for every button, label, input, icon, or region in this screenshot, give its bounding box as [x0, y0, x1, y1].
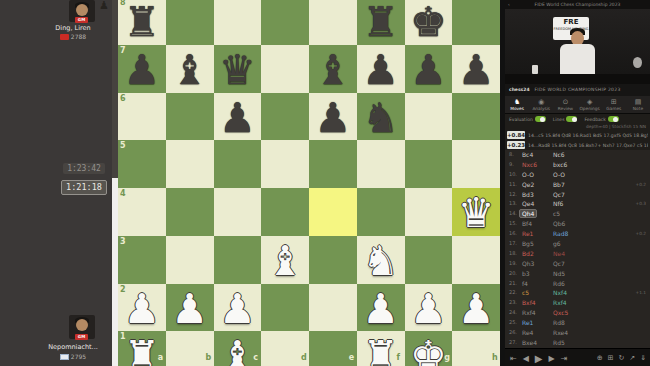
- press-desk: [505, 74, 650, 84]
- move-number: 11.: [509, 180, 517, 190]
- move-row-25: 25.Re1Rd8: [505, 318, 650, 328]
- black-pawn-g7[interactable]: ♟: [405, 45, 453, 93]
- chess-board[interactable]: ♜♜♚♟♝♛♝♟♟♟♟♟♞♛♝♞♟♟♟♟♟♟♜♝♜♚87654321abcdef…: [118, 0, 500, 366]
- black-move-19[interactable]: Qc7: [553, 259, 565, 269]
- move-number: 12.: [509, 190, 517, 200]
- skip-start-button[interactable]: ⇤: [510, 354, 517, 363]
- square-e6[interactable]: ♟: [309, 93, 357, 141]
- black-move-11[interactable]: Bb7: [553, 180, 565, 190]
- moves-icon: ♞: [505, 98, 529, 106]
- square-c7[interactable]: ♛: [214, 45, 262, 93]
- bottom-nav-bar: ⇤◀▶▶⇥ ⊕⊞↻↗⇓: [505, 348, 650, 366]
- square-d8[interactable]: [261, 0, 309, 45]
- square-g2[interactable]: ♟: [405, 284, 453, 332]
- black-move-25[interactable]: Rd8: [553, 318, 565, 328]
- square-e4[interactable]: [309, 188, 357, 236]
- step-forward-button[interactable]: ▶: [549, 354, 555, 363]
- move-number: 10.: [509, 170, 517, 180]
- tab-label: Review: [553, 106, 577, 111]
- square-b7[interactable]: ♝: [166, 45, 214, 93]
- square-d7[interactable]: [261, 45, 309, 93]
- rotate-icon[interactable]: ↻: [618, 354, 624, 362]
- white-move-20[interactable]: b3: [522, 269, 530, 279]
- square-c4[interactable]: [214, 188, 262, 236]
- rank-label-6: 6: [120, 94, 126, 103]
- black-move-15[interactable]: Qb6: [553, 219, 565, 229]
- square-d4[interactable]: [261, 188, 309, 236]
- engine-line-1[interactable]: +0.84 14...c5 15.Bf4 Qd8 16.Rad1 Bd5 17.…: [507, 130, 648, 140]
- square-f6[interactable]: ♞: [357, 93, 405, 141]
- rank-label-7: 7: [120, 46, 126, 55]
- zoom-icon[interactable]: ⊕: [597, 354, 603, 362]
- move-number: 19.: [509, 259, 517, 269]
- white-move-9[interactable]: Nxc6: [522, 160, 537, 170]
- white-pawn-f2[interactable]: ♟: [357, 284, 405, 332]
- tab-games[interactable]: ⊞Games: [602, 96, 626, 113]
- square-b5[interactable]: [166, 140, 214, 188]
- file-label-c: c: [253, 353, 258, 362]
- square-f7[interactable]: ♟: [357, 45, 405, 93]
- black-move-23[interactable]: Rxf4: [553, 298, 567, 308]
- move-number: 20.: [509, 269, 517, 279]
- square-d6[interactable]: [261, 93, 309, 141]
- tab-note[interactable]: ▤Note: [626, 96, 650, 113]
- white-move-12[interactable]: Bd3: [522, 190, 534, 200]
- square-c2[interactable]: ♟: [214, 284, 262, 332]
- move-number: 21.: [509, 279, 517, 289]
- square-d5[interactable]: [261, 140, 309, 188]
- toggle-feedback[interactable]: Feedback: [584, 114, 618, 124]
- white-pawn-c2[interactable]: ♟: [214, 284, 262, 332]
- square-c5[interactable]: [214, 140, 262, 188]
- white-move-24[interactable]: Rxf4: [522, 308, 536, 318]
- tab-analysis[interactable]: ◉Analysis: [529, 96, 553, 113]
- black-pawn-c6[interactable]: ♟: [214, 93, 262, 141]
- board-tools: ⊕⊞↻↗⇓: [597, 349, 646, 366]
- broadcast-banner: ‹ FIDE World Chess Championship 2023: [505, 0, 650, 9]
- right-sidebar: ‹ FIDE World Chess Championship 2023 FRE…: [505, 0, 650, 366]
- white-move-13[interactable]: Qe4: [522, 199, 534, 209]
- engine-line-2-moves: 14...Rad8 15.Bf4 Qc8 16.Bxh7+ Nxh7 17.Qx…: [528, 143, 648, 148]
- square-e7[interactable]: ♝: [309, 45, 357, 93]
- square-d3[interactable]: ♝: [261, 236, 309, 284]
- white-knight-f3[interactable]: ♞: [357, 236, 405, 284]
- black-bishop-b7[interactable]: ♝: [166, 45, 214, 93]
- file-label-b: b: [206, 353, 212, 362]
- move-row-10: 10.O-OO-O: [505, 170, 650, 180]
- square-b3[interactable]: [166, 236, 214, 284]
- black-move-14[interactable]: c5: [553, 209, 560, 219]
- sidebar-tabs: ♞Moves◉Analysis⊙Review◈Openings⊞Games▤No…: [505, 96, 650, 114]
- video-player[interactable]: FRE FREEDOM HOLDING: [505, 9, 650, 84]
- toggle-knob: [613, 117, 618, 122]
- clock-top-player: 1:23:42: [63, 163, 105, 174]
- tab-label: Note: [626, 106, 650, 111]
- step-back-button[interactable]: ◀: [523, 354, 529, 363]
- tab-moves[interactable]: ♞Moves: [505, 96, 529, 113]
- move-number: 8.: [509, 150, 514, 160]
- left-player-panel: GM Ding, Liren 2788 ♟ 1:23:42 1:21:18 GM…: [0, 0, 112, 366]
- video-caption-bar: chess24 FIDE WORLD CHAMPIONSHIP 2023: [505, 84, 650, 96]
- square-c6[interactable]: ♟: [214, 93, 262, 141]
- white-queen-h4[interactable]: ♛: [452, 188, 500, 236]
- white-move-16[interactable]: Re1: [522, 229, 533, 239]
- move-number: 26.: [509, 328, 517, 338]
- rank-label-4: 4: [120, 189, 126, 198]
- square-d2[interactable]: [261, 284, 309, 332]
- black-pawn-h7[interactable]: ♟: [452, 45, 500, 93]
- move-number: 25.: [509, 318, 517, 328]
- engine-line-1-moves: 14...c5 15.Bf4 Qd8 16.Rad1 Bd5 17.gxf5 Q…: [528, 133, 648, 138]
- white-move-10[interactable]: O-O: [522, 170, 534, 180]
- toggle-switch-on[interactable]: [535, 116, 546, 122]
- black-move-10[interactable]: O-O: [553, 170, 565, 180]
- toggle-label: Lines: [553, 117, 565, 122]
- file-label-d: d: [301, 353, 307, 362]
- toggle-label: Feedback: [584, 117, 605, 122]
- toggle-switch-on[interactable]: [608, 116, 619, 122]
- black-move-21[interactable]: Rd6: [553, 279, 565, 289]
- square-f8[interactable]: ♜: [357, 0, 405, 45]
- engine-line-2[interactable]: +0.23 14...Rad8 15.Bf4 Qc8 16.Bxh7+ Nxh7…: [507, 140, 648, 150]
- playback-controls: ⇤◀▶▶⇥: [510, 349, 567, 366]
- white-pawn-b2[interactable]: ♟: [166, 284, 214, 332]
- rank-label-8: 8: [120, 0, 126, 7]
- fide-emblem: [633, 57, 642, 68]
- openings-icon: ◈: [578, 98, 602, 106]
- move-row-8: 8.Bc4Nc6: [505, 150, 650, 160]
- banner-title: FIDE World Chess Championship 2023: [535, 2, 621, 7]
- move-row-21: 21.f4Rd6: [505, 279, 650, 289]
- black-pawn-f7[interactable]: ♟: [357, 45, 405, 93]
- avatar-face: [76, 4, 88, 16]
- square-h3[interactable]: [452, 236, 500, 284]
- toggle-evaluation[interactable]: Evaluation: [509, 114, 546, 124]
- boards-icon[interactable]: ⊞: [608, 354, 614, 362]
- black-queen-c7[interactable]: ♛: [214, 45, 262, 93]
- white-move-18[interactable]: Bd2: [522, 249, 534, 259]
- white-move-23[interactable]: Bxf4: [522, 298, 536, 308]
- bottom-player-flag-icon: [60, 354, 69, 360]
- move-eval: +0.3: [636, 199, 646, 209]
- square-f5[interactable]: [357, 140, 405, 188]
- white-move-26[interactable]: Re4: [522, 328, 533, 338]
- title-badge-top: GM: [75, 17, 88, 23]
- square-g6[interactable]: [405, 93, 453, 141]
- black-rook-f8[interactable]: ♜: [357, 0, 405, 45]
- black-move-27[interactable]: Rd5: [553, 338, 565, 348]
- white-move-15[interactable]: Bf4: [522, 219, 532, 229]
- white-move-27[interactable]: Bxe4: [522, 338, 537, 348]
- file-label-e: e: [349, 353, 354, 362]
- white-bishop-d3[interactable]: ♝: [261, 236, 309, 284]
- move-number: 9.: [509, 160, 514, 170]
- file-label-a: a: [158, 353, 163, 362]
- speaker-shirt: [560, 44, 595, 74]
- move-list[interactable]: 8.Bc4Nc69.Nxc6bxc610.O-OO-O11.Qe2Bb7+0.2…: [505, 150, 650, 348]
- square-h5[interactable]: [452, 140, 500, 188]
- move-eval: +0.2: [636, 229, 646, 239]
- tab-review[interactable]: ⊙Review: [553, 96, 577, 113]
- tab-label: Moves: [505, 106, 529, 111]
- toggle-knob: [540, 117, 545, 122]
- sidebar-toggles: EvaluationLinesFeedback: [505, 114, 650, 124]
- file-label-h: h: [492, 353, 498, 362]
- move-row-27: 27.Bxe4Rd5: [505, 338, 650, 348]
- black-pawn-e6[interactable]: ♟: [309, 93, 357, 141]
- move-number: 17.: [509, 239, 517, 249]
- black-move-12[interactable]: Qc7: [553, 190, 565, 200]
- move-row-19: 19.Qh3Qc7: [505, 259, 650, 269]
- move-number: 23.: [509, 298, 517, 308]
- rank-label-1: 1: [120, 332, 126, 341]
- white-move-25[interactable]: Re1: [522, 318, 533, 328]
- square-e8[interactable]: [309, 0, 357, 45]
- white-move-14[interactable]: Qh4: [519, 209, 537, 218]
- rank-label-5: 5: [120, 141, 126, 150]
- square-g3[interactable]: [405, 236, 453, 284]
- caption-text: FIDE WORLD CHAMPIONSHIP 2023: [505, 84, 650, 96]
- move-number: 15.: [509, 219, 517, 229]
- coffee-cup: [532, 65, 538, 74]
- bottom-player-rating-row: 2795: [40, 353, 106, 360]
- play-button[interactable]: ▶: [535, 353, 543, 364]
- black-side-pawn-icon: ♟: [99, 0, 109, 12]
- square-b2[interactable]: ♟: [166, 284, 214, 332]
- note-icon: ▤: [626, 98, 650, 106]
- move-row-12: 12.Bd3Qc7: [505, 190, 650, 200]
- black-move-18[interactable]: Ne4: [553, 249, 565, 259]
- square-h7[interactable]: ♟: [452, 45, 500, 93]
- move-number: 24.: [509, 308, 517, 318]
- white-move-17[interactable]: Bg5: [522, 239, 534, 249]
- square-e5[interactable]: [309, 140, 357, 188]
- white-move-19[interactable]: Qh3: [522, 259, 534, 269]
- move-number: 16.: [509, 229, 517, 239]
- sponsor-logo-text: FRE: [553, 17, 589, 27]
- eval-badge-1: +0.84: [507, 131, 525, 139]
- move-row-23: 23.Bxf4Rxf4: [505, 298, 650, 308]
- clock-bottom-player-active: 1:21:18: [61, 180, 107, 195]
- black-bishop-e7[interactable]: ♝: [309, 45, 357, 93]
- black-move-26[interactable]: Rxe4: [553, 328, 568, 338]
- top-player-rating-row: 2788: [40, 33, 106, 40]
- square-h6[interactable]: [452, 93, 500, 141]
- move-row-15: 15.Bf4Qb6: [505, 219, 650, 229]
- move-row-26: 26.Re4Rxe4: [505, 328, 650, 338]
- square-h8[interactable]: [452, 0, 500, 45]
- toggle-knob: [572, 117, 577, 122]
- toggle-switch-on[interactable]: [566, 116, 577, 122]
- eval-badge-2: +0.23: [507, 141, 525, 149]
- move-row-20: 20.b3Nd5: [505, 269, 650, 279]
- rank-label-2: 2: [120, 285, 126, 294]
- square-g8[interactable]: ♚: [405, 0, 453, 45]
- square-g5[interactable]: [405, 140, 453, 188]
- black-move-17[interactable]: g6: [553, 239, 561, 249]
- move-eval: +1.1: [636, 288, 646, 298]
- analysis-icon: ◉: [529, 98, 553, 106]
- toggle-label: Evaluation: [509, 117, 533, 122]
- games-icon: ⊞: [602, 98, 626, 106]
- move-row-13: 13.Qe4Nf6+0.3: [505, 199, 650, 209]
- black-move-20[interactable]: Nd5: [553, 269, 565, 279]
- back-arrow-icon[interactable]: ‹: [508, 0, 510, 9]
- square-c8[interactable]: [214, 0, 262, 45]
- black-king-g8[interactable]: ♚: [405, 0, 453, 45]
- move-row-24: 24.Rxf4Qxc5: [505, 308, 650, 318]
- rank-label-3: 3: [120, 237, 126, 246]
- black-move-16[interactable]: Rad8: [553, 229, 568, 239]
- title-badge-bottom: GM: [75, 334, 88, 340]
- square-h2[interactable]: ♟: [452, 284, 500, 332]
- download-icon[interactable]: ⇓: [640, 354, 646, 362]
- black-move-22[interactable]: Nxf4: [553, 288, 567, 298]
- share-icon[interactable]: ↗: [629, 354, 635, 362]
- move-row-16: 16.Re1Rad8+0.2: [505, 229, 650, 239]
- avatar-face: [76, 319, 88, 331]
- white-move-22[interactable]: c5: [522, 288, 529, 298]
- square-c3[interactable]: [214, 236, 262, 284]
- square-g4[interactable]: [405, 188, 453, 236]
- move-number: 14.: [509, 209, 517, 219]
- move-eval: +0.2: [636, 180, 646, 190]
- tab-label: Games: [602, 106, 626, 111]
- move-number: 27.: [509, 338, 517, 348]
- move-row-9: 9.Nxc6bxc6: [505, 160, 650, 170]
- bottom-player-name: Nepomniacht...: [40, 343, 106, 351]
- black-knight-f6[interactable]: ♞: [357, 93, 405, 141]
- top-player-flag-icon: [60, 34, 69, 40]
- square-f2[interactable]: ♟: [357, 284, 405, 332]
- move-number: 18.: [509, 249, 517, 259]
- tab-label: Openings: [578, 106, 602, 111]
- tab-label: Analysis: [529, 106, 553, 111]
- tab-openings[interactable]: ◈Openings: [578, 96, 602, 113]
- square-h4[interactable]: ♛: [452, 188, 500, 236]
- review-icon: ⊙: [553, 98, 577, 106]
- white-pawn-h2[interactable]: ♟: [452, 284, 500, 332]
- move-row-22: 22.c5Nxf4+1.1: [505, 288, 650, 298]
- file-label-f: f: [397, 353, 400, 362]
- white-move-8[interactable]: Bc4: [522, 150, 533, 160]
- move-number: 13.: [509, 199, 517, 209]
- square-e2[interactable]: [309, 284, 357, 332]
- top-player-rating: 2788: [71, 33, 86, 40]
- square-b6[interactable]: [166, 93, 214, 141]
- black-move-24[interactable]: Qxc5: [553, 308, 568, 318]
- move-row-11: 11.Qe2Bb7+0.2: [505, 180, 650, 190]
- white-pawn-g2[interactable]: ♟: [405, 284, 453, 332]
- skip-end-button[interactable]: ⇥: [561, 354, 568, 363]
- engine-depth-label: depth=40 | Stockfish 15 NN: [586, 124, 646, 129]
- toggle-lines[interactable]: Lines: [553, 114, 578, 124]
- square-f3[interactable]: ♞: [357, 236, 405, 284]
- square-b8[interactable]: [166, 0, 214, 45]
- square-e3[interactable]: [309, 236, 357, 284]
- bottom-player-rating: 2795: [71, 353, 86, 360]
- move-row-18: 18.Bd2Ne4: [505, 249, 650, 259]
- black-move-13[interactable]: Nf6: [553, 199, 563, 209]
- square-g7[interactable]: ♟: [405, 45, 453, 93]
- white-move-11[interactable]: Qe2: [522, 180, 534, 190]
- move-row-14: 14.Qh4c5: [505, 209, 650, 219]
- white-move-21[interactable]: f4: [522, 279, 528, 289]
- black-move-8[interactable]: Nc6: [553, 150, 565, 160]
- top-player-name: Ding, Liren: [40, 24, 106, 32]
- move-number: 22.: [509, 288, 517, 298]
- square-f4[interactable]: [357, 188, 405, 236]
- move-row-17: 17.Bg5g6: [505, 239, 650, 249]
- black-move-9[interactable]: bxc6: [553, 160, 567, 170]
- file-label-g: g: [444, 353, 450, 362]
- square-b4[interactable]: [166, 188, 214, 236]
